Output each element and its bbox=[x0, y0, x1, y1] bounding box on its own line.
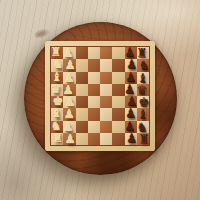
square-a6[interactable] bbox=[112, 47, 124, 59]
black-bishop: ♝ bbox=[137, 108, 148, 120]
white-pawn: ♟ bbox=[63, 84, 74, 96]
white-pawn: ♟ bbox=[65, 133, 76, 145]
black-knight: ♞ bbox=[136, 121, 147, 133]
white-bishop: ♝ bbox=[52, 71, 63, 83]
black-pawn: ♟ bbox=[126, 132, 137, 144]
square-f8[interactable]: ♝ bbox=[137, 108, 149, 120]
square-a2[interactable]: ♟ bbox=[63, 47, 75, 59]
square-e5[interactable] bbox=[100, 96, 112, 108]
black-pawn: ♟ bbox=[124, 83, 135, 95]
black-pawn: ♟ bbox=[125, 107, 136, 119]
square-b6[interactable] bbox=[112, 59, 124, 71]
white-bishop: ♝ bbox=[52, 107, 63, 119]
square-b8[interactable]: ♞ bbox=[137, 59, 149, 71]
white-rook: ♜ bbox=[53, 132, 64, 144]
square-a7[interactable]: ♟ bbox=[125, 47, 137, 59]
white-pawn: ♟ bbox=[63, 121, 74, 133]
square-f1[interactable]: ♝ bbox=[51, 108, 63, 120]
square-c1[interactable]: ♝ bbox=[51, 72, 63, 84]
square-g5[interactable] bbox=[100, 121, 112, 133]
black-knight: ♞ bbox=[138, 59, 149, 71]
black-pawn: ♟ bbox=[126, 58, 137, 70]
square-h5[interactable] bbox=[100, 133, 112, 145]
round-wooden-board: ♜♟♟♜♞♟♟♞♝♟♟♝♛♟♟♛♚♟♟♚♝♟♟♝♞♟♟♞♜♟♟♜ bbox=[24, 22, 177, 175]
square-d7[interactable]: ♟ bbox=[125, 84, 137, 96]
square-c5[interactable] bbox=[100, 72, 112, 84]
black-pawn: ♟ bbox=[125, 71, 136, 83]
black-bishop: ♝ bbox=[137, 72, 148, 84]
square-g1[interactable]: ♞ bbox=[51, 121, 63, 133]
square-g4[interactable] bbox=[88, 121, 100, 133]
black-rook: ♜ bbox=[138, 133, 149, 145]
chessboard: ♜♟♟♜♞♟♟♞♝♟♟♝♛♟♟♛♚♟♟♚♝♟♟♝♞♟♟♞♜♟♟♜ bbox=[50, 46, 150, 146]
square-g7[interactable]: ♟ bbox=[125, 121, 137, 133]
square-d1[interactable]: ♛ bbox=[51, 84, 63, 96]
square-b3[interactable] bbox=[76, 59, 88, 71]
square-b1[interactable]: ♞ bbox=[51, 59, 63, 71]
square-g8[interactable]: ♞ bbox=[137, 121, 149, 133]
square-e7[interactable]: ♟ bbox=[125, 96, 137, 108]
white-pawn: ♟ bbox=[63, 47, 74, 59]
square-c4[interactable] bbox=[88, 72, 100, 84]
square-h1[interactable]: ♜ bbox=[51, 133, 63, 145]
square-d8[interactable]: ♛ bbox=[137, 84, 149, 96]
square-e6[interactable] bbox=[112, 96, 124, 108]
chess-set-photo: ♜♟♟♜♞♟♟♞♝♟♟♝♛♟♟♛♚♟♟♚♝♟♟♝♞♟♟♞♜♟♟♜ bbox=[0, 0, 200, 200]
white-knight: ♞ bbox=[51, 120, 62, 132]
square-h4[interactable] bbox=[88, 133, 100, 145]
square-d3[interactable] bbox=[76, 84, 88, 96]
square-g3[interactable] bbox=[76, 121, 88, 133]
black-pawn: ♟ bbox=[124, 46, 135, 58]
square-h8[interactable]: ♜ bbox=[137, 133, 149, 145]
square-a1[interactable]: ♜ bbox=[51, 47, 63, 59]
square-c3[interactable] bbox=[76, 72, 88, 84]
black-king: ♚ bbox=[138, 96, 149, 108]
black-rook: ♜ bbox=[136, 47, 147, 59]
square-e2[interactable]: ♟ bbox=[63, 96, 75, 108]
black-pawn: ♟ bbox=[124, 120, 135, 132]
square-f5[interactable] bbox=[100, 108, 112, 120]
square-h2[interactable]: ♟ bbox=[63, 133, 75, 145]
square-e8[interactable]: ♚ bbox=[137, 96, 149, 108]
white-rook: ♜ bbox=[51, 46, 62, 58]
square-a3[interactable] bbox=[76, 47, 88, 59]
black-pawn: ♟ bbox=[126, 95, 137, 107]
square-e1[interactable]: ♚ bbox=[51, 96, 63, 108]
square-a4[interactable] bbox=[88, 47, 100, 59]
square-b2[interactable]: ♟ bbox=[63, 59, 75, 71]
square-f4[interactable] bbox=[88, 108, 100, 120]
square-d4[interactable] bbox=[88, 84, 100, 96]
square-c8[interactable]: ♝ bbox=[137, 72, 149, 84]
white-pawn: ♟ bbox=[64, 72, 75, 84]
chessboard-frame: ♜♟♟♜♞♟♟♞♝♟♟♝♛♟♟♛♚♟♟♚♝♟♟♝♞♟♟♞♜♟♟♜ bbox=[45, 41, 155, 151]
square-e4[interactable] bbox=[88, 96, 100, 108]
square-c7[interactable]: ♟ bbox=[125, 72, 137, 84]
square-c6[interactable] bbox=[112, 72, 124, 84]
square-a5[interactable] bbox=[100, 47, 112, 59]
square-g2[interactable]: ♟ bbox=[63, 121, 75, 133]
black-queen: ♛ bbox=[136, 84, 147, 96]
square-e3[interactable] bbox=[76, 96, 88, 108]
square-a8[interactable]: ♜ bbox=[137, 47, 149, 59]
square-f7[interactable]: ♟ bbox=[125, 108, 137, 120]
white-pawn: ♟ bbox=[65, 59, 76, 71]
square-h7[interactable]: ♟ bbox=[125, 133, 137, 145]
square-f6[interactable] bbox=[112, 108, 124, 120]
square-d5[interactable] bbox=[100, 84, 112, 96]
square-h3[interactable] bbox=[76, 133, 88, 145]
white-pawn: ♟ bbox=[64, 108, 75, 120]
white-queen: ♛ bbox=[51, 83, 62, 95]
square-h6[interactable] bbox=[112, 133, 124, 145]
white-king: ♚ bbox=[53, 95, 64, 107]
square-d2[interactable]: ♟ bbox=[63, 84, 75, 96]
square-b7[interactable]: ♟ bbox=[125, 59, 137, 71]
white-pawn: ♟ bbox=[65, 96, 76, 108]
square-f2[interactable]: ♟ bbox=[63, 108, 75, 120]
white-knight: ♞ bbox=[53, 58, 64, 70]
square-b5[interactable] bbox=[100, 59, 112, 71]
square-d6[interactable] bbox=[112, 84, 124, 96]
square-c2[interactable]: ♟ bbox=[63, 72, 75, 84]
square-b4[interactable] bbox=[88, 59, 100, 71]
square-g6[interactable] bbox=[112, 121, 124, 133]
square-f3[interactable] bbox=[76, 108, 88, 120]
